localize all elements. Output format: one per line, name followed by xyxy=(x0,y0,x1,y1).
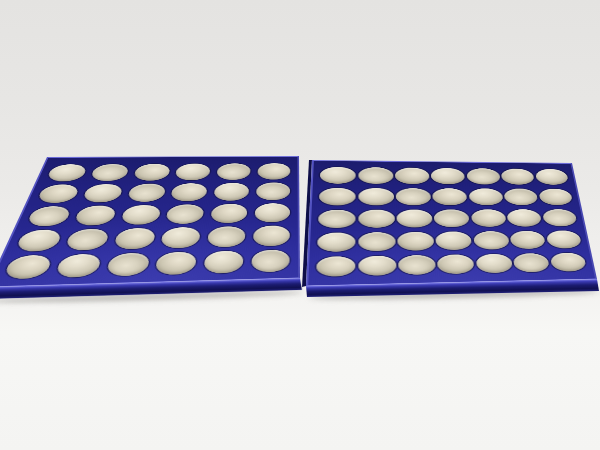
coin-slot xyxy=(68,203,121,227)
coin xyxy=(160,227,202,249)
photo-scene: Two royal-blue flocked coin collector tr… xyxy=(0,0,600,450)
coin xyxy=(396,210,432,228)
coin xyxy=(358,188,394,205)
coin-slot xyxy=(544,228,584,251)
coin-slot xyxy=(505,207,544,229)
coin xyxy=(358,210,395,228)
coin xyxy=(73,205,117,225)
coin-slot xyxy=(467,186,505,207)
coin xyxy=(64,228,110,250)
coin xyxy=(113,227,157,249)
coin-slot xyxy=(537,187,575,208)
coin-slot xyxy=(209,181,253,202)
coin-slot xyxy=(433,207,472,229)
coin xyxy=(538,189,573,206)
coin xyxy=(317,233,355,253)
coin xyxy=(36,184,80,203)
coin-slot xyxy=(511,251,552,275)
coin xyxy=(132,164,171,181)
left-coin-tray xyxy=(0,156,300,287)
coin xyxy=(90,164,130,181)
coin xyxy=(46,164,88,181)
coin-slot xyxy=(434,229,474,252)
coin xyxy=(126,183,166,201)
coin xyxy=(105,252,151,276)
coin-slot xyxy=(59,226,115,252)
coin-slot xyxy=(49,251,108,279)
coin-slot xyxy=(248,223,293,248)
coin-slot xyxy=(397,253,438,278)
coin xyxy=(210,203,248,223)
coin xyxy=(257,163,290,180)
coin xyxy=(510,231,547,249)
coin-slot xyxy=(472,229,512,252)
coin-slot xyxy=(465,166,502,186)
coin xyxy=(475,254,513,274)
coin xyxy=(320,167,356,184)
coin-slot xyxy=(115,203,166,227)
coin xyxy=(319,188,356,206)
coin xyxy=(396,188,432,205)
coin-slot xyxy=(77,182,128,204)
coin xyxy=(471,209,507,227)
coin xyxy=(216,163,251,180)
coin xyxy=(15,229,64,251)
coin-slot xyxy=(315,254,357,280)
coin xyxy=(534,169,568,185)
coin-slot xyxy=(108,226,161,252)
coin-slot xyxy=(357,253,398,278)
coin xyxy=(254,203,290,222)
coin-slot xyxy=(171,162,215,182)
coin xyxy=(473,231,510,250)
coin xyxy=(434,209,470,227)
coin-slot xyxy=(155,225,205,250)
coin-slot xyxy=(252,181,294,202)
coin xyxy=(513,253,551,272)
coin-slot xyxy=(548,250,589,274)
coin-slot xyxy=(499,166,536,186)
coin xyxy=(431,168,466,185)
coin-slot xyxy=(316,230,357,254)
coin xyxy=(26,206,72,226)
coin-slot xyxy=(533,167,570,187)
coin-slot xyxy=(474,252,515,276)
coin-slot xyxy=(166,181,212,202)
coin-slot xyxy=(100,250,156,278)
coin xyxy=(501,168,536,184)
coin-slot xyxy=(396,230,436,254)
coin-slot xyxy=(161,202,209,225)
coin xyxy=(213,183,249,201)
coin-slot xyxy=(395,207,434,230)
coin xyxy=(54,253,103,277)
coin-slot xyxy=(128,162,175,182)
coin xyxy=(395,167,430,184)
coin-slot xyxy=(246,247,293,274)
coin-slot xyxy=(253,161,293,181)
coin xyxy=(549,253,586,272)
coin-slot xyxy=(357,230,397,254)
coin-slot xyxy=(394,186,432,208)
coin xyxy=(251,249,290,272)
coin xyxy=(82,184,124,203)
coin xyxy=(436,231,473,250)
coin xyxy=(466,168,501,184)
coin xyxy=(358,256,396,276)
coin xyxy=(165,204,205,224)
coin-slot xyxy=(502,186,540,207)
coin xyxy=(545,230,582,248)
coin-slot xyxy=(150,249,203,277)
coin xyxy=(358,232,395,251)
coin xyxy=(255,182,289,200)
coin-slot xyxy=(85,162,134,182)
coin xyxy=(207,226,246,247)
coin-slot xyxy=(430,166,467,187)
left-tray-grid xyxy=(0,157,298,287)
coin-slot xyxy=(436,252,477,277)
right-coin-tray xyxy=(306,160,597,286)
coin-slot xyxy=(469,207,508,229)
coin-slot xyxy=(540,207,579,229)
coin-slot xyxy=(206,202,252,225)
coin xyxy=(468,188,503,205)
coin-slot xyxy=(319,165,357,186)
coin-slot xyxy=(318,186,357,208)
right-tray-grid xyxy=(308,161,595,285)
coin xyxy=(252,225,289,246)
coin xyxy=(3,254,54,278)
coin xyxy=(318,210,356,228)
coin-slot xyxy=(212,162,254,182)
coin xyxy=(316,256,355,277)
coin-slot xyxy=(357,186,395,208)
coin xyxy=(170,183,208,201)
coin xyxy=(358,167,393,184)
coin-slot xyxy=(122,182,171,204)
coin xyxy=(120,205,162,225)
coin-slot xyxy=(394,165,431,186)
coin xyxy=(432,188,468,205)
coin-slot xyxy=(250,201,293,224)
coin xyxy=(175,163,212,180)
coin-slot xyxy=(431,186,469,207)
coin-slot xyxy=(198,248,248,275)
coin-slot xyxy=(317,207,357,230)
coin-slot xyxy=(357,165,394,186)
coin xyxy=(203,250,244,273)
coin-slot xyxy=(357,207,396,230)
coin xyxy=(397,232,434,251)
coin xyxy=(154,251,197,275)
coin xyxy=(507,209,543,226)
coin xyxy=(437,254,475,274)
coin-slot xyxy=(508,229,548,252)
coin-slot xyxy=(202,224,250,249)
coin xyxy=(398,255,436,275)
coin xyxy=(542,209,578,226)
coin xyxy=(504,188,539,205)
